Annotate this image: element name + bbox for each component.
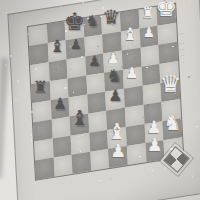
photo-edge-shadow	[0, 58, 8, 178]
speck	[5, 12, 6, 13]
chessboard-photo: ♚♞♛♝♟♟♜♞♟♟♝♜♚♟♝♟♟♛♝♟♞♟♟ ¦··¦·¦·¦··	[0, 0, 200, 200]
square	[90, 149, 109, 171]
square	[127, 143, 146, 165]
square	[35, 158, 54, 180]
square	[53, 155, 72, 177]
square	[72, 152, 91, 174]
square	[145, 140, 164, 162]
speck	[10, 186, 11, 187]
square	[108, 146, 127, 168]
board-grid: ♚♞♛♝♟♟♜♞♟♟♝♜♚♟♝♟♟♛♝♟♞♟♟	[28, 4, 183, 180]
